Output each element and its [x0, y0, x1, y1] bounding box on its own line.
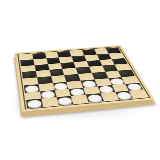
square-r5c4[interactable]: [64, 74, 80, 82]
square-r8c5[interactable]: ●: [86, 93, 104, 102]
white-piece[interactable]: ●: [125, 83, 143, 91]
white-piece[interactable]: ●: [108, 77, 125, 85]
square-r7c3[interactable]: [54, 89, 71, 98]
square-r5c8[interactable]: [118, 70, 135, 77]
square-r6c3[interactable]: ●: [52, 82, 68, 90]
square-r4c1[interactable]: [22, 71, 37, 79]
white-piece[interactable]: ●: [86, 93, 104, 102]
checkers-board: ●●●●●●●●●●●●●●●●●●●●●●●●: [14, 45, 154, 111]
square-r6c6[interactable]: [94, 78, 111, 86]
white-piece[interactable]: ●: [69, 87, 86, 96]
square-r7c6[interactable]: ●: [97, 85, 115, 93]
white-piece[interactable]: ●: [40, 90, 57, 99]
square-r6c2[interactable]: [38, 83, 54, 91]
square-r7c2[interactable]: ●: [40, 90, 57, 99]
square-r8c7[interactable]: ●: [115, 91, 133, 100]
white-piece[interactable]: ●: [115, 91, 133, 100]
square-r7c5[interactable]: [83, 86, 100, 95]
square-r8c6[interactable]: [100, 92, 118, 101]
square-r5c1[interactable]: [23, 77, 38, 85]
white-piece[interactable]: ●: [52, 82, 68, 90]
square-r8c4[interactable]: [71, 95, 89, 104]
white-piece[interactable]: ●: [26, 99, 43, 108]
square-r5c3[interactable]: [51, 75, 67, 83]
square-r8c1[interactable]: ●: [26, 99, 43, 108]
square-r6c7[interactable]: ●: [108, 77, 125, 85]
square-r7c7[interactable]: [111, 84, 129, 92]
white-piece[interactable]: ●: [24, 84, 40, 92]
square-r8c2[interactable]: [41, 97, 58, 106]
scene: ●●●●●●●●●●●●●●●●●●●●●●●●: [0, 0, 160, 160]
board-boundary-line: ●●●●●●●●●●●●●●●●●●●●●●●●: [17, 46, 150, 109]
square-r7c4[interactable]: ●: [69, 87, 86, 96]
square-r6c5[interactable]: ●: [80, 79, 97, 87]
square-r6c1[interactable]: ●: [24, 84, 40, 92]
square-r6c4[interactable]: [66, 81, 83, 89]
square-r5c5[interactable]: [78, 73, 94, 81]
board-grid: ●●●●●●●●●●●●●●●●●●●●●●●●: [19, 47, 147, 108]
square-r7c1[interactable]: [25, 91, 41, 100]
square-r8c8[interactable]: [129, 90, 148, 99]
square-r8c3[interactable]: ●: [56, 96, 73, 105]
white-piece[interactable]: ●: [56, 96, 73, 105]
white-piece[interactable]: ●: [80, 79, 97, 87]
square-r5c2[interactable]: [37, 76, 53, 84]
white-piece[interactable]: ●: [97, 85, 115, 93]
square-r6c8[interactable]: [122, 76, 139, 84]
square-r7c8[interactable]: ●: [125, 83, 143, 91]
